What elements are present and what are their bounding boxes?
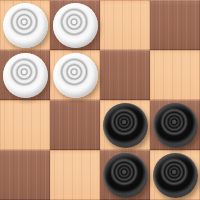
board-square-2-1[interactable] (50, 100, 100, 150)
board-square-3-2[interactable] (100, 150, 150, 200)
black-checker[interactable] (153, 103, 198, 148)
board-square-2-2[interactable] (100, 100, 150, 150)
white-checker[interactable] (3, 3, 48, 48)
white-checker[interactable] (53, 3, 98, 48)
board-square-3-3[interactable] (150, 150, 200, 200)
board-square-3-0[interactable] (0, 150, 50, 200)
board-square-0-0[interactable] (0, 0, 50, 50)
white-checker[interactable] (3, 53, 48, 98)
board-square-0-1[interactable] (50, 0, 100, 50)
board-square-0-2[interactable] (100, 0, 150, 50)
black-checker[interactable] (103, 103, 148, 148)
board-square-2-0[interactable] (0, 100, 50, 150)
black-checker[interactable] (103, 153, 148, 198)
board-square-3-1[interactable] (50, 150, 100, 200)
board-square-1-3[interactable] (150, 50, 200, 100)
board-square-1-0[interactable] (0, 50, 50, 100)
board-square-1-1[interactable] (50, 50, 100, 100)
board-square-1-2[interactable] (100, 50, 150, 100)
board-square-0-3[interactable] (150, 0, 200, 50)
black-checker[interactable] (153, 153, 198, 198)
board-square-2-3[interactable] (150, 100, 200, 150)
checkers-board (0, 0, 200, 200)
white-checker[interactable] (53, 53, 98, 98)
